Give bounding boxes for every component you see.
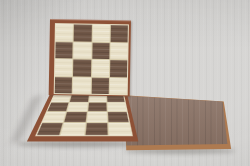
board-square	[110, 43, 128, 60]
board-square	[52, 95, 72, 102]
board-square	[86, 112, 107, 122]
board-square	[85, 123, 108, 135]
board-square	[110, 25, 128, 42]
walnut-back-surface	[120, 94, 234, 152]
flat-half-frame	[27, 94, 138, 142]
board-square	[88, 103, 107, 112]
board-square	[91, 77, 109, 94]
board-square	[67, 103, 87, 112]
board-square	[55, 42, 73, 59]
board-square	[109, 78, 127, 95]
upright-playing-surface	[55, 24, 128, 94]
board-square	[55, 77, 73, 94]
board-square	[107, 103, 126, 112]
board-back-panel	[120, 94, 234, 152]
board-square	[108, 112, 129, 122]
upright-half-frame	[49, 19, 131, 96]
board-square	[56, 24, 74, 41]
upright-half-trim	[54, 23, 129, 95]
shadow-under-flat-half	[17, 141, 141, 147]
board-square	[61, 123, 85, 135]
board-square	[74, 42, 92, 59]
board-square	[64, 112, 86, 122]
flat-half-trim	[35, 94, 133, 136]
board-square	[74, 24, 92, 41]
board-square	[73, 77, 91, 94]
board-square	[73, 59, 91, 76]
board-square	[47, 103, 68, 112]
board-square	[92, 60, 110, 77]
board-square	[43, 112, 66, 122]
board-square	[108, 123, 131, 135]
board-square	[110, 60, 128, 77]
board-square	[92, 42, 110, 59]
photo-backdrop	[0, 0, 250, 166]
board-square	[55, 59, 73, 76]
flat-playing-surface	[37, 95, 131, 136]
board-square	[92, 25, 110, 42]
board-square	[37, 123, 63, 135]
